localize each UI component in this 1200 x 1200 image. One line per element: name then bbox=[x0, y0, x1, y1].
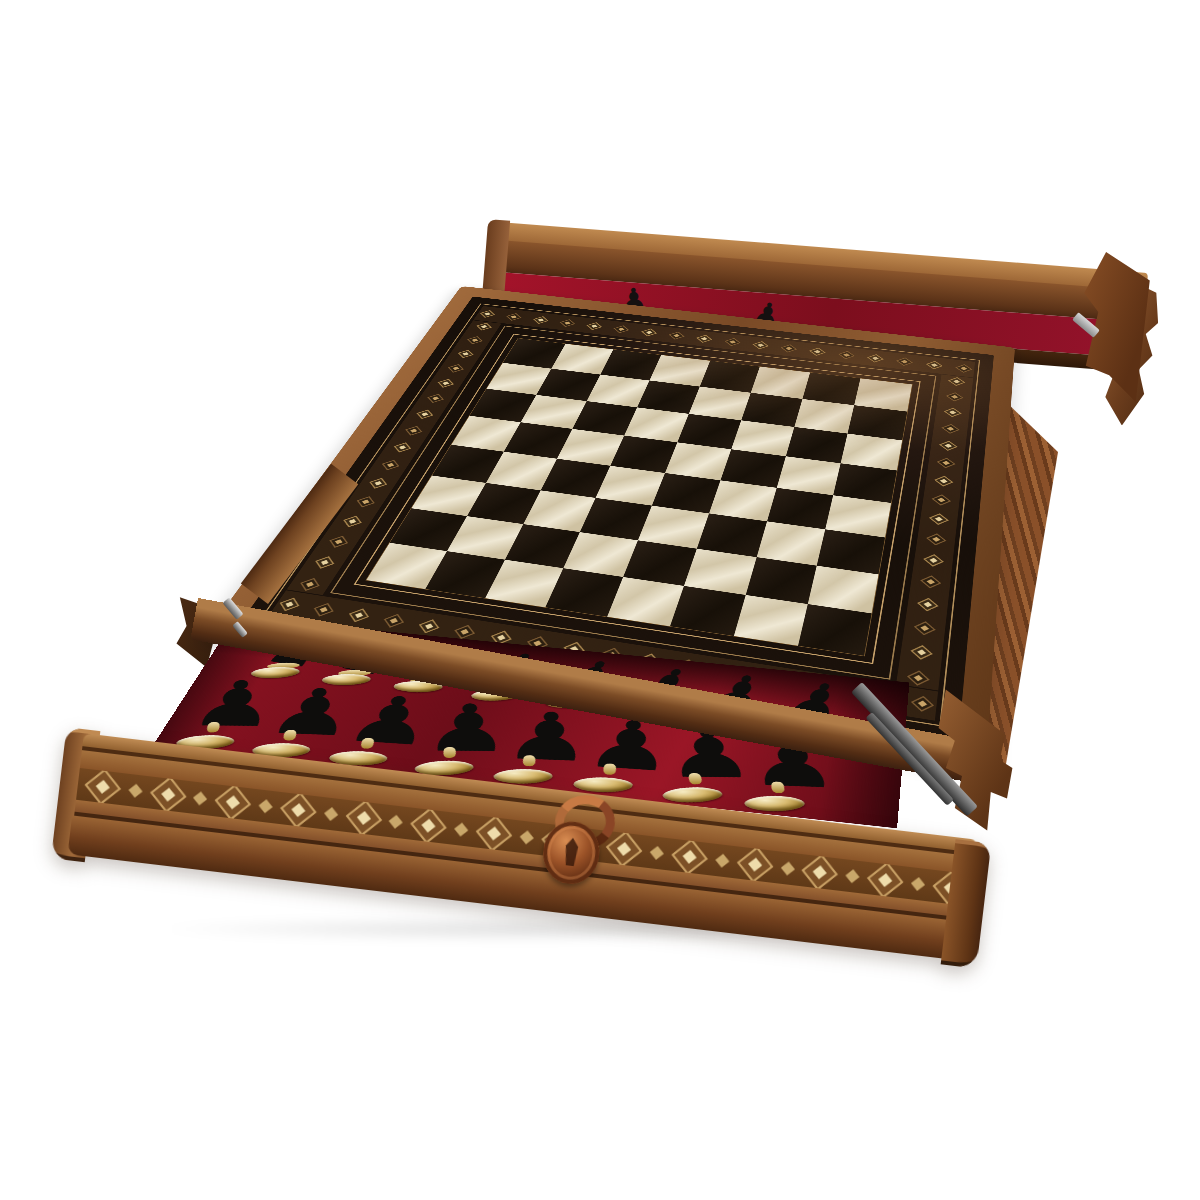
inlay-diamond-icon bbox=[312, 556, 337, 570]
inlay-diamond-icon bbox=[929, 513, 949, 526]
inlay-small-diamond-icon bbox=[387, 813, 405, 831]
inlay-diamond-icon bbox=[920, 575, 941, 590]
gold-piece-base[interactable] bbox=[494, 769, 553, 784]
inlay-small-diamond-icon bbox=[713, 852, 731, 870]
inlay-diamond-icon bbox=[914, 620, 936, 636]
inlay-diamond-icon bbox=[311, 602, 337, 617]
inlay-diamond-icon bbox=[838, 350, 855, 359]
inlay-diamond-icon bbox=[926, 533, 946, 546]
gold-piece-collar bbox=[603, 763, 616, 775]
inlay-diamond-icon bbox=[478, 310, 497, 318]
inlay-diamond-icon bbox=[803, 856, 836, 889]
inlay-diamond-icon bbox=[456, 349, 476, 358]
inlay-diamond-icon bbox=[809, 347, 826, 356]
inlay-small-diamond-icon bbox=[192, 790, 210, 808]
inlay-diamond-icon bbox=[673, 840, 706, 873]
inlay-diamond-icon bbox=[151, 778, 184, 811]
inlay-diamond-icon bbox=[867, 354, 884, 363]
inlay-diamond-icon bbox=[780, 344, 797, 353]
gold-piece-collar bbox=[443, 747, 455, 758]
piece-slot-near-4[interactable]: ♟ bbox=[413, 702, 507, 780]
inlay-diamond-icon bbox=[379, 459, 402, 471]
inlay-diamond-icon bbox=[475, 322, 494, 331]
inlay-diamond-icon bbox=[942, 423, 960, 434]
inlay-diamond-icon bbox=[896, 357, 913, 366]
inlay-diamond-icon bbox=[414, 409, 435, 420]
felt-cutout-silhouette: ♟ bbox=[501, 703, 594, 772]
gold-piece-base[interactable] bbox=[743, 796, 806, 812]
inlay-diamond-icon bbox=[391, 442, 413, 453]
inlay-diamond-icon bbox=[585, 322, 603, 331]
inlay-diamond-icon bbox=[276, 597, 302, 612]
inlay-diamond-icon bbox=[911, 695, 934, 713]
inlay-diamond-icon bbox=[937, 457, 956, 469]
inlay-diamond-icon bbox=[505, 313, 524, 322]
inlay-diamond-icon bbox=[926, 360, 943, 370]
inlay-diamond-icon bbox=[381, 613, 407, 629]
gold-piece-collar bbox=[771, 782, 785, 793]
inlay-diamond-icon bbox=[477, 817, 510, 850]
gold-piece-collar bbox=[523, 755, 536, 766]
inlay-diamond-icon bbox=[416, 618, 442, 634]
inlay-diamond-icon bbox=[326, 535, 351, 549]
inlay-small-diamond-icon bbox=[909, 875, 927, 893]
inlay-diamond-icon bbox=[297, 577, 323, 592]
inlay-small-diamond-icon bbox=[779, 860, 797, 878]
inlay-diamond-icon bbox=[403, 425, 425, 436]
inlay-diamond-icon bbox=[282, 793, 315, 826]
inlay-diamond-icon bbox=[446, 364, 466, 374]
inlay-diamond-icon bbox=[944, 407, 962, 418]
inlay-diamond-icon bbox=[738, 848, 771, 881]
inlay-small-diamond-icon bbox=[126, 782, 144, 800]
inlay-small-diamond-icon bbox=[322, 805, 340, 823]
inlay-diamond-icon bbox=[340, 515, 364, 528]
inlay-diamond-icon bbox=[608, 832, 641, 865]
inlay-diamond-icon bbox=[668, 331, 686, 340]
inlay-diamond-icon bbox=[412, 809, 445, 842]
inlay-diamond-icon bbox=[923, 553, 943, 567]
inlay-small-diamond-icon bbox=[452, 821, 470, 839]
inlay-small-diamond-icon bbox=[844, 867, 862, 885]
inlay-diamond-icon bbox=[752, 341, 770, 350]
inlay-diamond-icon bbox=[425, 393, 446, 403]
inlay-diamond-icon bbox=[346, 608, 372, 623]
inlay-diamond-icon bbox=[558, 319, 576, 328]
inlay-diamond-icon bbox=[347, 801, 380, 834]
inlay-diamond-icon bbox=[948, 377, 965, 387]
gold-piece-base[interactable] bbox=[573, 777, 632, 793]
felt-cutout-silhouette: ♟ bbox=[422, 696, 512, 762]
drawer-handle[interactable] bbox=[535, 794, 611, 893]
inlay-diamond-icon bbox=[907, 669, 930, 686]
inlay-diamond-icon bbox=[613, 325, 631, 334]
inlay-diamond-icon bbox=[86, 770, 119, 803]
inlay-diamond-icon bbox=[917, 597, 938, 612]
inlay-small-diamond-icon bbox=[257, 797, 275, 815]
inlay-diamond-icon bbox=[367, 477, 390, 489]
gold-piece-collar bbox=[688, 773, 703, 784]
inlay-diamond-icon bbox=[932, 494, 951, 507]
inlay-diamond-icon bbox=[695, 334, 713, 343]
square-r7c5[interactable] bbox=[670, 586, 746, 636]
inlay-diamond-icon bbox=[869, 863, 902, 896]
product-photo-stage: ♟ ♟ ♟♟♟♟♟♟♟♟♟♟♟♟♟♟♟♟ bbox=[0, 0, 1200, 1200]
inlay-small-diamond-icon bbox=[518, 828, 536, 846]
square-r7c6[interactable] bbox=[734, 595, 808, 646]
inlay-diamond-icon bbox=[216, 786, 249, 819]
inlay-small-diamond-icon bbox=[648, 844, 666, 862]
inlay-diamond-icon bbox=[723, 337, 741, 346]
inlay-diamond-icon bbox=[955, 364, 972, 374]
inlay-diamond-icon bbox=[946, 392, 963, 402]
inlay-diamond-icon bbox=[640, 328, 658, 337]
square-r7c7[interactable] bbox=[798, 604, 871, 656]
inlay-diamond-icon bbox=[934, 475, 953, 487]
inlay-diamond-icon bbox=[465, 336, 484, 345]
inlay-diamond-icon bbox=[531, 316, 549, 325]
inlay-diamond-icon bbox=[436, 378, 456, 388]
inlay-diamond-icon bbox=[354, 496, 378, 509]
inlay-diamond-icon bbox=[939, 440, 957, 451]
inlay-diamond-icon bbox=[910, 644, 932, 660]
